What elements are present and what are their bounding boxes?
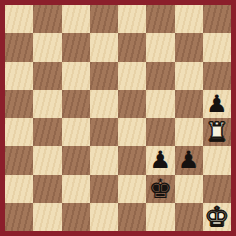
square-b7[interactable] <box>33 33 61 61</box>
square-c5[interactable] <box>62 90 90 118</box>
square-b2[interactable] <box>33 175 61 203</box>
square-h8[interactable] <box>203 5 231 33</box>
square-h2[interactable] <box>203 175 231 203</box>
square-a1[interactable] <box>5 203 33 231</box>
square-d2[interactable] <box>90 175 118 203</box>
square-f8[interactable] <box>146 5 174 33</box>
square-g6[interactable] <box>175 62 203 90</box>
square-g8[interactable] <box>175 5 203 33</box>
square-a7[interactable] <box>5 33 33 61</box>
square-a8[interactable] <box>5 5 33 33</box>
square-c1[interactable] <box>62 203 90 231</box>
square-b3[interactable] <box>33 146 61 174</box>
square-a5[interactable] <box>5 90 33 118</box>
square-h6[interactable] <box>203 62 231 90</box>
square-g1[interactable] <box>175 203 203 231</box>
square-g5[interactable] <box>175 90 203 118</box>
square-e6[interactable] <box>118 62 146 90</box>
square-f4[interactable] <box>146 118 174 146</box>
square-e3[interactable] <box>118 146 146 174</box>
square-a4[interactable] <box>5 118 33 146</box>
white-rook[interactable]: ♜ <box>205 119 228 145</box>
square-a2[interactable] <box>5 175 33 203</box>
square-f7[interactable] <box>146 33 174 61</box>
square-g2[interactable] <box>175 175 203 203</box>
square-d6[interactable] <box>90 62 118 90</box>
square-e2[interactable] <box>118 175 146 203</box>
square-b1[interactable] <box>33 203 61 231</box>
square-h7[interactable] <box>203 33 231 61</box>
square-b4[interactable] <box>33 118 61 146</box>
black-pawn[interactable]: ♟ <box>206 92 228 116</box>
square-g4[interactable] <box>175 118 203 146</box>
square-f6[interactable] <box>146 62 174 90</box>
white-king[interactable]: ♚ <box>205 203 229 230</box>
square-c6[interactable] <box>62 62 90 90</box>
square-f1[interactable] <box>146 203 174 231</box>
square-h5[interactable]: ♟ <box>203 90 231 118</box>
square-g3[interactable]: ♟ <box>175 146 203 174</box>
square-e7[interactable] <box>118 33 146 61</box>
square-h3[interactable] <box>203 146 231 174</box>
square-d5[interactable] <box>90 90 118 118</box>
black-pawn[interactable]: ♟ <box>178 148 200 172</box>
square-f2[interactable]: ♚ <box>146 175 174 203</box>
square-g7[interactable] <box>175 33 203 61</box>
square-h1[interactable]: ♚ <box>203 203 231 231</box>
square-a6[interactable] <box>5 62 33 90</box>
square-b8[interactable] <box>33 5 61 33</box>
square-h4[interactable]: ♜ <box>203 118 231 146</box>
square-c3[interactable] <box>62 146 90 174</box>
square-d1[interactable] <box>90 203 118 231</box>
square-f5[interactable] <box>146 90 174 118</box>
square-d3[interactable] <box>90 146 118 174</box>
square-d7[interactable] <box>90 33 118 61</box>
square-a3[interactable] <box>5 146 33 174</box>
square-f3[interactable]: ♟ <box>146 146 174 174</box>
square-c2[interactable] <box>62 175 90 203</box>
square-c7[interactable] <box>62 33 90 61</box>
chess-board: ♟♜♟♟♚♚ <box>5 5 231 231</box>
square-e4[interactable] <box>118 118 146 146</box>
square-e1[interactable] <box>118 203 146 231</box>
square-c8[interactable] <box>62 5 90 33</box>
square-b6[interactable] <box>33 62 61 90</box>
square-e5[interactable] <box>118 90 146 118</box>
black-king[interactable]: ♚ <box>148 175 172 202</box>
square-d8[interactable] <box>90 5 118 33</box>
square-d4[interactable] <box>90 118 118 146</box>
black-pawn[interactable]: ♟ <box>150 148 172 172</box>
square-c4[interactable] <box>62 118 90 146</box>
square-b5[interactable] <box>33 90 61 118</box>
chess-board-frame: ♟♜♟♟♚♚ <box>0 0 236 236</box>
square-e8[interactable] <box>118 5 146 33</box>
